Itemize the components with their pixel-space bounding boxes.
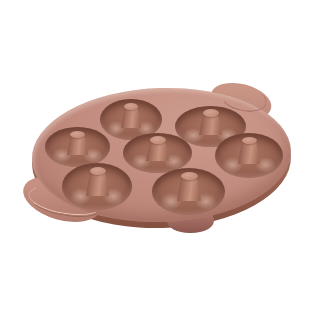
product-photo — [0, 0, 320, 320]
post-top-cap — [70, 131, 85, 138]
post-top-cap — [181, 172, 198, 180]
post-top-cap — [242, 137, 257, 144]
cavity-center-post — [199, 112, 222, 135]
cavity-center-post — [146, 139, 169, 161]
donut-cavity-bottom-center — [152, 168, 225, 215]
post-top-cap — [90, 167, 106, 175]
post-top-cap — [150, 136, 166, 144]
cavity-center-post — [86, 170, 109, 196]
cavity-layer — [0, 0, 320, 320]
post-top-cap — [203, 109, 219, 117]
cavity-center-post — [238, 139, 260, 164]
donut-cavity-bottom-left — [62, 163, 132, 210]
post-top-cap — [124, 103, 138, 110]
cavity-center-post — [177, 175, 201, 201]
donut-mold-pan — [0, 0, 320, 320]
donut-cavity-mid-left — [45, 127, 110, 167]
donut-cavity-mid-right — [215, 133, 283, 178]
cavity-center-post — [67, 133, 88, 155]
donut-cavity-center — [123, 133, 192, 173]
cavity-center-post — [121, 105, 141, 128]
